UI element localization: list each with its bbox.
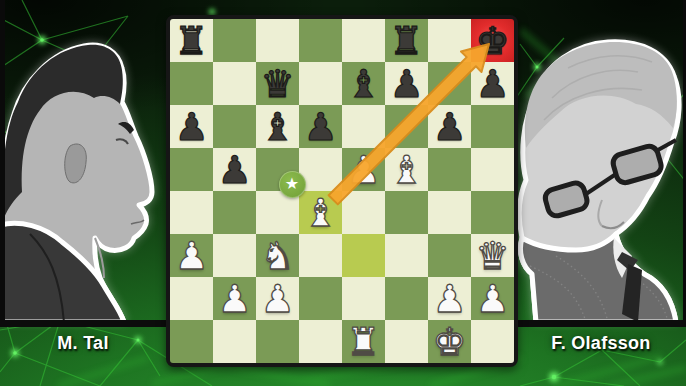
piece-black-bishop-e7[interactable]: ♝	[342, 62, 385, 105]
square-b7[interactable]	[213, 62, 256, 105]
square-c6[interactable]: ♝	[256, 105, 299, 148]
square-g8[interactable]	[428, 19, 471, 62]
square-b1[interactable]	[213, 320, 256, 363]
square-a3[interactable]: ♟	[170, 234, 213, 277]
square-b4[interactable]	[213, 191, 256, 234]
piece-black-rook-a8[interactable]: ♜	[170, 19, 213, 62]
thumbnail-stage: M. Tal F. Olafsson ♜♜♚♛♝♟♟♟♝♟♟♟♟♝♝♟♞♛♟♟♟…	[0, 0, 686, 386]
square-c1[interactable]	[256, 320, 299, 363]
square-e8[interactable]	[342, 19, 385, 62]
photo-mikhail-tal	[0, 28, 166, 322]
piece-black-pawn-d6[interactable]: ♟	[299, 105, 342, 148]
square-d6[interactable]: ♟	[299, 105, 342, 148]
square-c8[interactable]	[256, 19, 299, 62]
square-e7[interactable]: ♝	[342, 62, 385, 105]
piece-white-knight-c3[interactable]: ♞	[256, 234, 299, 277]
square-b3[interactable]	[213, 234, 256, 277]
star-icon: ★	[285, 176, 299, 192]
left-edge-strip	[0, 0, 5, 327]
square-h8[interactable]: ♚	[471, 19, 514, 62]
photo-bottom-bar-left	[0, 320, 166, 327]
piece-black-pawn-g6[interactable]: ♟	[428, 105, 471, 148]
piece-black-pawn-a6[interactable]: ♟	[170, 105, 213, 148]
square-b2[interactable]: ♟	[213, 277, 256, 320]
piece-white-queen-h3[interactable]: ♛	[471, 234, 514, 277]
piece-white-bishop-d4[interactable]: ♝	[299, 191, 342, 234]
square-g3[interactable]	[428, 234, 471, 277]
square-e1[interactable]: ♜	[342, 320, 385, 363]
square-a4[interactable]	[170, 191, 213, 234]
square-a7[interactable]	[170, 62, 213, 105]
piece-white-pawn-c2[interactable]: ♟	[256, 277, 299, 320]
square-h2[interactable]: ♟	[471, 277, 514, 320]
square-e5[interactable]: ♟	[342, 148, 385, 191]
square-a5[interactable]	[170, 148, 213, 191]
square-d3[interactable]	[299, 234, 342, 277]
piece-white-rook-e1[interactable]: ♜	[342, 320, 385, 363]
photo-fridrik-olafsson	[516, 28, 686, 322]
square-f5[interactable]: ♝	[385, 148, 428, 191]
square-f2[interactable]	[385, 277, 428, 320]
square-e4[interactable]	[342, 191, 385, 234]
photo-bottom-bar-right	[516, 320, 686, 327]
square-e3[interactable]	[342, 234, 385, 277]
square-g6[interactable]: ♟	[428, 105, 471, 148]
chess-board[interactable]: ♜♜♚♛♝♟♟♟♝♟♟♟♟♝♝♟♞♛♟♟♟♟♜♚★	[170, 19, 514, 363]
square-a6[interactable]: ♟	[170, 105, 213, 148]
square-a8[interactable]: ♜	[170, 19, 213, 62]
square-e2[interactable]	[342, 277, 385, 320]
square-d7[interactable]	[299, 62, 342, 105]
player-name-left: M. Tal	[0, 330, 166, 356]
square-d4[interactable]: ♝	[299, 191, 342, 234]
square-f3[interactable]	[385, 234, 428, 277]
square-h7[interactable]: ♟	[471, 62, 514, 105]
piece-white-pawn-h2[interactable]: ♟	[471, 277, 514, 320]
player-name-right: F. Olafsson	[516, 330, 686, 356]
square-b6[interactable]	[213, 105, 256, 148]
square-g1[interactable]: ♚	[428, 320, 471, 363]
square-h1[interactable]	[471, 320, 514, 363]
square-d8[interactable]	[299, 19, 342, 62]
piece-white-king-g1[interactable]: ♚	[428, 320, 471, 363]
square-f1[interactable]	[385, 320, 428, 363]
piece-black-king-h8[interactable]: ♚	[471, 19, 514, 62]
piece-black-bishop-c6[interactable]: ♝	[256, 105, 299, 148]
square-g5[interactable]	[428, 148, 471, 191]
square-f8[interactable]: ♜	[385, 19, 428, 62]
square-h4[interactable]	[471, 191, 514, 234]
piece-black-rook-f8[interactable]: ♜	[385, 19, 428, 62]
piece-white-bishop-f5[interactable]: ♝	[385, 148, 428, 191]
piece-white-pawn-e5[interactable]: ♟	[342, 148, 385, 191]
square-d1[interactable]	[299, 320, 342, 363]
square-b5[interactable]: ♟	[213, 148, 256, 191]
square-g2[interactable]: ♟	[428, 277, 471, 320]
square-a2[interactable]	[170, 277, 213, 320]
square-h5[interactable]	[471, 148, 514, 191]
square-f7[interactable]: ♟	[385, 62, 428, 105]
square-g4[interactable]	[428, 191, 471, 234]
piece-black-pawn-f7[interactable]: ♟	[385, 62, 428, 105]
square-e6[interactable]	[342, 105, 385, 148]
square-h3[interactable]: ♛	[471, 234, 514, 277]
piece-white-pawn-g2[interactable]: ♟	[428, 277, 471, 320]
best-move-badge: ★	[279, 171, 306, 198]
square-a1[interactable]	[170, 320, 213, 363]
square-g7[interactable]	[428, 62, 471, 105]
square-d2[interactable]	[299, 277, 342, 320]
piece-white-pawn-b2[interactable]: ♟	[213, 277, 256, 320]
piece-black-queen-c7[interactable]: ♛	[256, 62, 299, 105]
piece-white-pawn-a3[interactable]: ♟	[170, 234, 213, 277]
square-f4[interactable]	[385, 191, 428, 234]
piece-black-pawn-b5[interactable]: ♟	[213, 148, 256, 191]
square-h6[interactable]	[471, 105, 514, 148]
square-c7[interactable]: ♛	[256, 62, 299, 105]
piece-black-pawn-h7[interactable]: ♟	[471, 62, 514, 105]
square-b8[interactable]	[213, 19, 256, 62]
square-c2[interactable]: ♟	[256, 277, 299, 320]
square-f6[interactable]	[385, 105, 428, 148]
chess-board-frame: ♜♜♚♛♝♟♟♟♝♟♟♟♟♝♝♟♞♛♟♟♟♟♜♚★	[166, 15, 518, 367]
square-c3[interactable]: ♞	[256, 234, 299, 277]
